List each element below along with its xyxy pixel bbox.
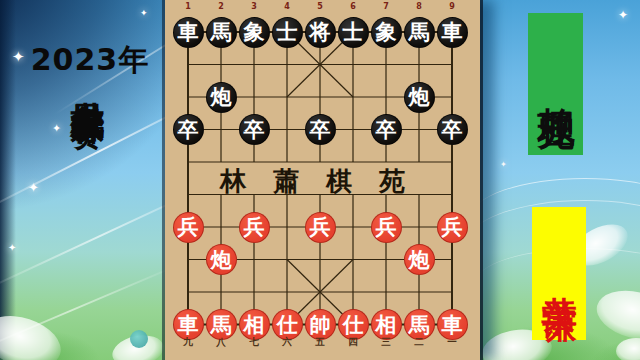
- piece-black-cannon[interactable]: 炮: [206, 82, 237, 113]
- file-number-top: 4: [280, 2, 294, 11]
- black-player-plate: 赖理兄: [528, 13, 583, 155]
- red-player-name: 黄学谦: [536, 268, 583, 280]
- file-number-bottom: 九: [180, 336, 196, 349]
- piece-black-elephant[interactable]: 象: [371, 17, 402, 48]
- piece-black-elephant[interactable]: 象: [239, 17, 270, 48]
- file-number-bottom: 一: [444, 336, 460, 349]
- file-number-top: 6: [346, 2, 360, 11]
- piece-black-advisor[interactable]: 士: [338, 17, 369, 48]
- black-player-name: 赖理兄: [531, 78, 581, 90]
- sparkle-icon: [140, 8, 148, 18]
- river-char: 苑: [376, 164, 408, 199]
- sparkle-icon: [12, 48, 25, 66]
- piece-red-pawn[interactable]: 兵: [305, 212, 336, 243]
- file-number-top: 9: [445, 2, 459, 11]
- file-number-top: 1: [181, 2, 195, 11]
- piece-red-cannon[interactable]: 炮: [206, 244, 237, 275]
- piece-black-pawn[interactable]: 卒: [239, 114, 270, 145]
- event-title: 世界象棋锦标赛: [66, 74, 110, 336]
- file-number-bottom: 五: [312, 336, 328, 349]
- piece-black-horse[interactable]: 馬: [206, 17, 237, 48]
- river-char: 蕭: [270, 164, 302, 199]
- piece-red-pawn[interactable]: 兵: [173, 212, 204, 243]
- file-number-top: 5: [313, 2, 327, 11]
- file-number-top: 8: [412, 2, 426, 11]
- sparkle-icon: [52, 122, 61, 135]
- sparkle-icon: [8, 242, 16, 253]
- sparkle-icon: [500, 160, 507, 169]
- file-number-bottom: 三: [378, 336, 394, 349]
- sparkle-icon: [618, 8, 628, 22]
- file-number-top: 7: [379, 2, 393, 11]
- piece-black-king[interactable]: 将: [305, 17, 336, 48]
- piece-black-pawn[interactable]: 卒: [371, 114, 402, 145]
- file-number-bottom: 二: [411, 336, 427, 349]
- file-number-top: 3: [247, 2, 261, 11]
- sparkle-icon: [28, 180, 39, 195]
- river-char: 棋: [323, 164, 355, 199]
- river-char: 林: [217, 164, 249, 199]
- file-number-top: 2: [214, 2, 228, 11]
- file-number-bottom: 六: [279, 336, 295, 349]
- piece-red-pawn[interactable]: 兵: [437, 212, 468, 243]
- file-number-bottom: 七: [246, 336, 262, 349]
- piece-black-pawn[interactable]: 卒: [305, 114, 336, 145]
- piece-black-horse[interactable]: 馬: [404, 17, 435, 48]
- piece-black-pawn[interactable]: 卒: [437, 114, 468, 145]
- file-number-bottom: 八: [213, 336, 229, 349]
- bubble-dot: [130, 330, 148, 348]
- piece-black-rook[interactable]: 車: [173, 17, 204, 48]
- piece-black-advisor[interactable]: 士: [272, 17, 303, 48]
- piece-red-pawn[interactable]: 兵: [371, 212, 402, 243]
- piece-black-rook[interactable]: 車: [437, 17, 468, 48]
- file-number-bottom: 四: [345, 336, 361, 349]
- piece-black-pawn[interactable]: 卒: [173, 114, 204, 145]
- piece-red-cannon[interactable]: 炮: [404, 244, 435, 275]
- piece-red-pawn[interactable]: 兵: [239, 212, 270, 243]
- piece-black-cannon[interactable]: 炮: [404, 82, 435, 113]
- xiangqi-board[interactable]: 123456789 林蕭棋苑 車馬象士将士象馬車炮炮卒卒卒卒卒兵兵兵兵兵炮炮車馬…: [165, 0, 480, 360]
- red-player-plate: 黄学谦: [532, 207, 586, 340]
